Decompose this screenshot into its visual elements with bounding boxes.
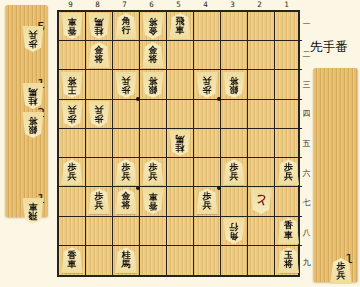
square-7六[interactable]: 歩兵 (113, 158, 140, 187)
sente-piece-歩兵[interactable]: 歩兵 (278, 159, 300, 185)
square-3二[interactable] (221, 41, 248, 70)
file-labels: 987654321 (57, 0, 300, 9)
sente-piece-金将[interactable]: 金将 (88, 42, 110, 68)
square-8五[interactable] (86, 129, 113, 158)
square-5一[interactable]: 飛車 (167, 12, 194, 41)
gote-hand-stand: 歩兵5桂馬1銀将2飛車1 (5, 5, 48, 217)
square-1六[interactable]: 歩兵 (275, 158, 302, 187)
square-9一[interactable]: 香車 (59, 12, 86, 41)
gote-piece-歩兵[interactable]: 歩兵 (22, 26, 44, 52)
gote-piece-香車[interactable]: 香車 (142, 188, 164, 214)
gote-piece-歩兵[interactable]: 歩兵 (88, 101, 110, 127)
square-5四[interactable] (167, 100, 194, 129)
sente-piece-金将[interactable]: 金将 (115, 188, 137, 214)
square-7五[interactable] (113, 129, 140, 158)
sente-piece-歩兵[interactable]: 歩兵 (115, 159, 137, 185)
square-1五[interactable] (275, 129, 302, 158)
square-9九[interactable]: 香車 (59, 246, 86, 275)
file-label-6: 6 (138, 0, 165, 9)
square-7三[interactable]: 歩兵 (113, 70, 140, 99)
gote-piece-金将[interactable]: 金将 (142, 13, 164, 39)
square-8四[interactable]: 歩兵 (86, 100, 113, 129)
sente-piece-歩兵[interactable]: 歩兵 (61, 159, 83, 185)
square-2三[interactable] (248, 70, 275, 99)
square-2一[interactable] (248, 12, 275, 41)
file-label-4: 4 (192, 0, 219, 9)
square-6二[interactable]: 金将 (140, 41, 167, 70)
square-5八[interactable] (167, 217, 194, 246)
shogi-diagram: { "game": "shogi", "turn_indicator": "先手… (0, 0, 360, 287)
turn-indicator-label: 先手番 (310, 39, 360, 56)
gote-piece-歩兵[interactable]: 歩兵 (196, 72, 218, 98)
star-point (217, 97, 221, 101)
file-label-7: 7 (111, 0, 138, 9)
square-2二[interactable] (248, 41, 275, 70)
file-label-5: 5 (165, 0, 192, 9)
square-8七[interactable]: 歩兵 (86, 187, 113, 216)
rank-label-四: 四 (301, 99, 312, 129)
star-point (136, 97, 140, 101)
square-3七[interactable] (221, 187, 248, 216)
square-5二[interactable] (167, 41, 194, 70)
square-4五[interactable] (194, 129, 221, 158)
square-2八[interactable] (248, 217, 275, 246)
square-4六[interactable] (194, 158, 221, 187)
gote-piece-王将[interactable]: 王将 (61, 72, 83, 98)
gote-piece-角行[interactable]: 角行 (223, 218, 245, 244)
sente-piece-歩兵[interactable]: 歩兵 (223, 159, 245, 185)
square-1三[interactable] (275, 70, 302, 99)
square-5六[interactable] (167, 158, 194, 187)
square-3六[interactable]: 歩兵 (221, 158, 248, 187)
rank-label-六: 六 (301, 158, 312, 188)
square-1八[interactable]: 香車 (275, 217, 302, 246)
gote-piece-桂馬[interactable]: 桂馬 (88, 13, 110, 39)
square-6八[interactable] (140, 217, 167, 246)
square-8三[interactable] (86, 70, 113, 99)
sente-piece-香車[interactable]: 香車 (278, 218, 300, 244)
square-6三[interactable]: 銀将 (140, 70, 167, 99)
square-1九[interactable]: 玉将 (275, 246, 302, 275)
sente-piece-金将[interactable]: 金将 (142, 42, 164, 68)
square-8八[interactable] (86, 217, 113, 246)
gote-piece-と[interactable]: と (250, 188, 272, 214)
gote-piece-桂馬[interactable]: 桂馬 (169, 130, 191, 156)
square-4八[interactable] (194, 217, 221, 246)
square-6一[interactable]: 金将 (140, 12, 167, 41)
square-4七[interactable]: 歩兵 (194, 187, 221, 216)
square-2九[interactable] (248, 246, 275, 275)
square-3四[interactable] (221, 100, 248, 129)
sente-piece-歩兵[interactable]: 歩兵 (88, 188, 110, 214)
sente-piece-角行[interactable]: 角行 (115, 13, 137, 39)
square-7一[interactable]: 角行 (113, 12, 140, 41)
square-7九[interactable]: 桂馬 (113, 246, 140, 275)
rank-label-九: 九 (301, 247, 312, 277)
square-6九[interactable] (140, 246, 167, 275)
sente-hand-stand: 歩兵1 (313, 68, 358, 282)
square-4四[interactable] (194, 100, 221, 129)
shogi-board: 香車桂馬角行金将飛車金将金将王将歩兵銀将歩兵銀将歩兵歩兵桂馬歩兵歩兵歩兵歩兵歩兵… (57, 10, 300, 277)
square-5九[interactable] (167, 246, 194, 275)
square-6七[interactable]: 香車 (140, 187, 167, 216)
gote-piece-歩兵[interactable]: 歩兵 (61, 101, 83, 127)
square-7八[interactable] (113, 217, 140, 246)
sente-piece-歩兵[interactable]: 歩兵 (142, 159, 164, 185)
square-4一[interactable] (194, 12, 221, 41)
star-point (136, 186, 140, 190)
square-8二[interactable]: 金将 (86, 41, 113, 70)
rank-label-八: 八 (301, 218, 312, 248)
square-9四[interactable]: 歩兵 (59, 100, 86, 129)
square-7四[interactable] (113, 100, 140, 129)
file-label-1: 1 (273, 0, 300, 9)
file-label-3: 3 (219, 0, 246, 9)
gote-piece-銀将[interactable]: 銀将 (142, 72, 164, 98)
square-6六[interactable]: 歩兵 (140, 158, 167, 187)
file-label-2: 2 (246, 0, 273, 9)
square-9八[interactable] (59, 217, 86, 246)
square-3三[interactable]: 銀将 (221, 70, 248, 99)
square-8九[interactable] (86, 246, 113, 275)
sente-piece-香車[interactable]: 香車 (61, 247, 83, 273)
sente-piece-歩兵[interactable]: 歩兵 (196, 188, 218, 214)
square-9二[interactable] (59, 41, 86, 70)
gote-piece-銀将[interactable]: 銀将 (223, 72, 245, 98)
rank-label-五: 五 (301, 129, 312, 159)
gote-piece-飛車[interactable]: 飛車 (22, 198, 44, 224)
square-3九[interactable] (221, 246, 248, 275)
square-9三[interactable]: 王将 (59, 70, 86, 99)
square-8六[interactable] (86, 158, 113, 187)
square-4三[interactable]: 歩兵 (194, 70, 221, 99)
star-point (217, 186, 221, 190)
sente-piece-玉将[interactable]: 玉将 (278, 247, 300, 273)
sente-piece-桂馬[interactable]: 桂馬 (115, 247, 137, 273)
square-7二[interactable] (113, 41, 140, 70)
square-3八[interactable]: 角行 (221, 217, 248, 246)
file-label-9: 9 (57, 0, 84, 9)
square-1二[interactable] (275, 41, 302, 70)
square-9五[interactable] (59, 129, 86, 158)
square-5七[interactable] (167, 187, 194, 216)
square-9七[interactable] (59, 187, 86, 216)
gote-piece-銀将[interactable]: 銀将 (22, 112, 44, 138)
square-4二[interactable] (194, 41, 221, 70)
square-7七[interactable]: 金将 (113, 187, 140, 216)
rank-label-三: 三 (301, 69, 312, 99)
square-8一[interactable]: 桂馬 (86, 12, 113, 41)
square-2七[interactable]: と (248, 187, 275, 216)
gote-piece-香車[interactable]: 香車 (61, 13, 83, 39)
square-5五[interactable]: 桂馬 (167, 129, 194, 158)
rank-label-一: 一 (301, 10, 312, 40)
square-3一[interactable] (221, 12, 248, 41)
square-2六[interactable] (248, 158, 275, 187)
square-3五[interactable] (221, 129, 248, 158)
square-4九[interactable] (194, 246, 221, 275)
rank-label-七: 七 (301, 188, 312, 218)
square-2四[interactable] (248, 100, 275, 129)
square-6五[interactable] (140, 129, 167, 158)
square-2五[interactable] (248, 129, 275, 158)
file-label-8: 8 (84, 0, 111, 9)
gote-piece-歩兵[interactable]: 歩兵 (115, 72, 137, 98)
square-5三[interactable] (167, 70, 194, 99)
square-9六[interactable]: 歩兵 (59, 158, 86, 187)
square-6四[interactable] (140, 100, 167, 129)
square-1四[interactable] (275, 100, 302, 129)
sente-piece-飛車[interactable]: 飛車 (169, 13, 191, 39)
square-1一[interactable] (275, 12, 302, 41)
square-1七[interactable] (275, 187, 302, 216)
